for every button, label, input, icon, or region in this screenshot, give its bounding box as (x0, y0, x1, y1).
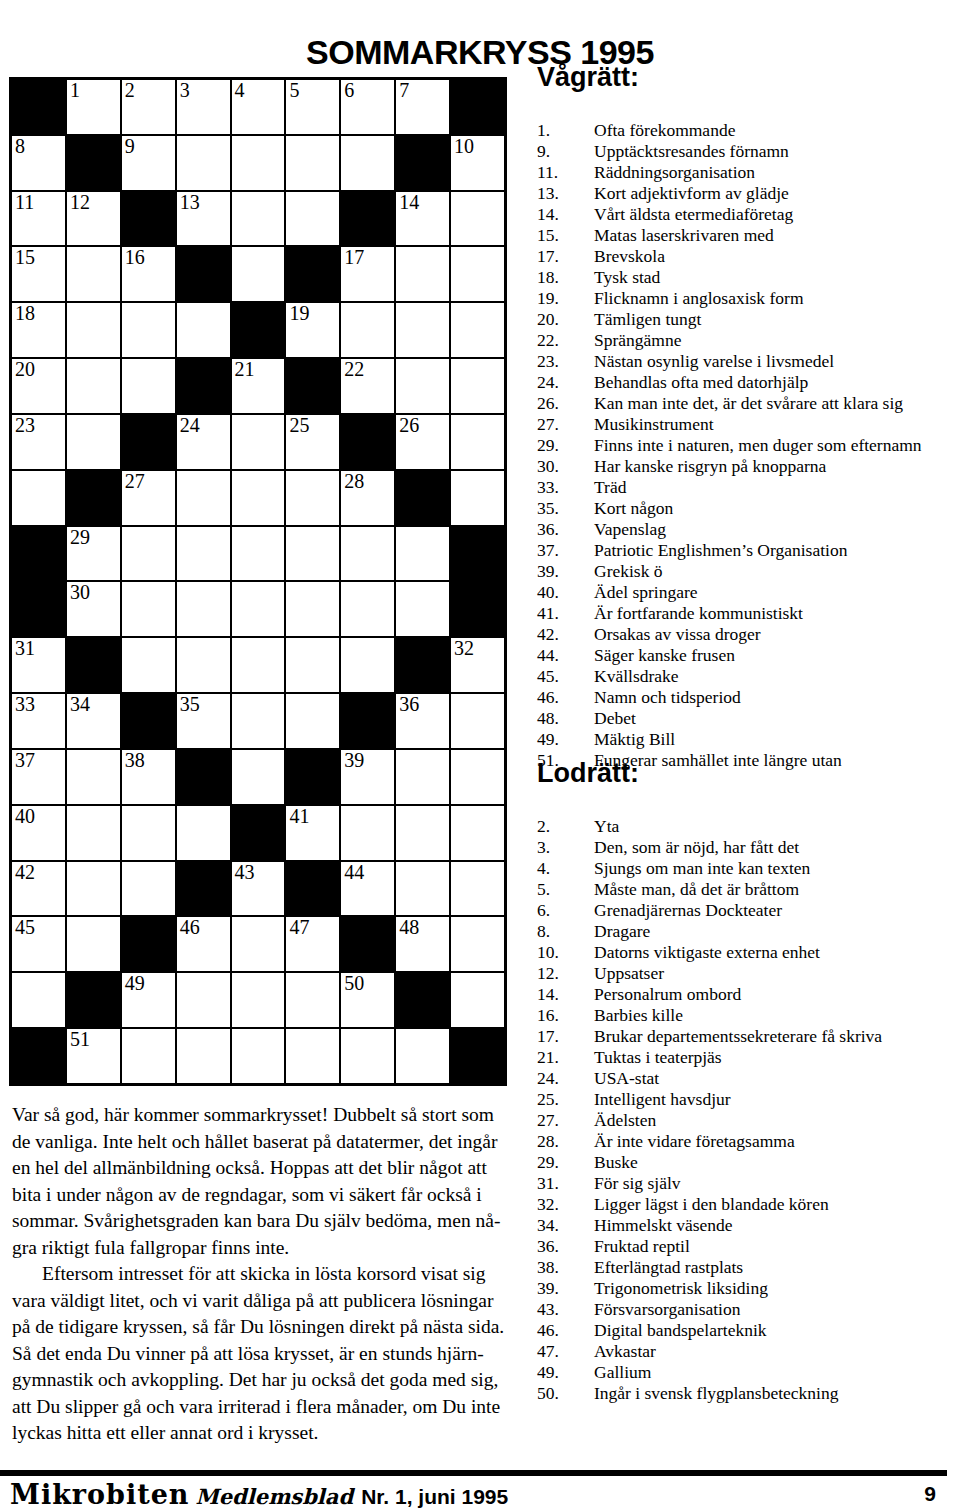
clue-text: Vapenslag (594, 519, 666, 540)
grid-cell[interactable] (67, 415, 120, 469)
grid-cell[interactable] (232, 638, 285, 692)
clue-text: Grekisk ö (594, 561, 663, 582)
clue-item: 15. Matas laserskrivaren med (537, 225, 960, 246)
cell-number: 36 (399, 694, 419, 715)
clue-text: Tuktas i teaterpjäs (594, 1047, 722, 1068)
grid-cell[interactable] (341, 806, 394, 860)
clue-item: 8. Dragare (537, 921, 960, 942)
black-cell (122, 192, 175, 246)
grid-cell[interactable]: 8 (12, 136, 65, 190)
grid-cell[interactable]: 5 (286, 80, 339, 134)
cell-number: 47 (289, 917, 309, 938)
cell-number: 45 (15, 917, 35, 938)
clue-item: 40. Ädel springare (537, 582, 960, 603)
grid-cell[interactable]: 15 (12, 247, 65, 301)
clue-item: 44. Säger kanske frusen (537, 645, 960, 666)
grid-cell[interactable]: 13 (177, 192, 230, 246)
grid-cell[interactable] (177, 638, 230, 692)
clue-text: Mäktig Bill (594, 729, 675, 750)
across-header: Vågrätt: (537, 62, 960, 93)
clue-item: 20. Tämligen tungt (537, 309, 960, 330)
cell-number: 31 (15, 638, 35, 659)
grid-cell[interactable] (396, 750, 449, 804)
clue-text: Träd (594, 477, 626, 498)
grid-cell[interactable] (396, 862, 449, 916)
grid-cell[interactable] (396, 806, 449, 860)
grid-cell[interactable] (177, 471, 230, 525)
clue-number: 3. (537, 837, 594, 858)
clue-number: 14. (537, 204, 594, 225)
clue-number: 26. (537, 393, 594, 414)
clue-number: 12. (537, 963, 594, 984)
clue-item: 33. Träd (537, 477, 960, 498)
grid-cell[interactable]: 2 (122, 80, 175, 134)
clue-text: För sig själv (594, 1173, 681, 1194)
grid-cell[interactable] (286, 471, 339, 525)
clue-text: Har kanske risgryn på knopparna (594, 456, 826, 477)
clue-text: Datorns viktigaste externa enhet (594, 942, 820, 963)
grid-cell[interactable] (286, 192, 339, 246)
cell-number: 11 (15, 192, 34, 213)
cell-number: 21 (235, 359, 255, 380)
clue-item: 5. Måste man, då det är bråttom (537, 879, 960, 900)
clue-number: 43. (537, 1299, 594, 1320)
grid-cell[interactable] (122, 582, 175, 636)
grid-cell[interactable] (341, 1029, 394, 1083)
grid-cell[interactable] (67, 359, 120, 413)
clue-item: 24. USA-stat (537, 1068, 960, 1089)
clue-item: 16. Barbies kille (537, 1005, 960, 1026)
grid-cell[interactable]: 38 (122, 750, 175, 804)
clue-number: 24. (537, 372, 594, 393)
grid-cell[interactable]: 46 (177, 917, 230, 971)
grid-cell[interactable]: 23 (12, 415, 65, 469)
black-cell (286, 247, 339, 301)
clue-text: Är inte vidare företagsamma (594, 1131, 795, 1152)
clue-text: Personalrum ombord (594, 984, 741, 1005)
grid-cell[interactable]: 31 (12, 638, 65, 692)
grid-cell[interactable]: 30 (67, 582, 120, 636)
clue-text: Trigonometrisk liksiding (594, 1278, 768, 1299)
clue-number: 24. (537, 1068, 594, 1089)
clue-text: Ädelsten (594, 1110, 656, 1131)
clue-item: 3. Den, som är nöjd, har fått det (537, 837, 960, 858)
clue-item: 36. Fruktad reptil (537, 1236, 960, 1257)
grid-cell[interactable]: 14 (396, 192, 449, 246)
clue-item: 23. Nästan osynlig varelse i livsmedel (537, 351, 960, 372)
clue-text: Sprängämne (594, 330, 681, 351)
grid-cell[interactable] (286, 527, 339, 581)
grid-cell[interactable]: 11 (12, 192, 65, 246)
clue-item: 6. Grenadjärernas Dockteater (537, 900, 960, 921)
grid-cell[interactable]: 40 (12, 806, 65, 860)
clue-item: 18. Tysk stad (537, 267, 960, 288)
clue-item: 24. Behandlas ofta med datorhjälp (537, 372, 960, 393)
grid-cell[interactable] (286, 638, 339, 692)
clue-text: Ofta förekommande (594, 120, 735, 141)
clue-item: 27. Musikinstrument (537, 414, 960, 435)
grid-cell[interactable] (122, 862, 175, 916)
cell-number: 9 (125, 136, 135, 157)
down-header: Lodrätt: (537, 758, 960, 789)
cell-number: 2 (125, 80, 135, 101)
clue-text: Uppsatser (594, 963, 664, 984)
cell-number: 10 (454, 136, 474, 157)
across-clues-section: Vågrätt: 1. Ofta förekommande 9. Upptäck… (537, 62, 960, 771)
clue-number: 38. (537, 1257, 594, 1278)
clue-item: 19. Flicknamn i anglosaxisk form (537, 288, 960, 309)
cell-number: 51 (70, 1029, 90, 1050)
clue-text: Finns inte i naturen, men duger som efte… (594, 435, 922, 456)
cell-number: 35 (180, 694, 200, 715)
grid-cell[interactable] (67, 806, 120, 860)
cell-number: 6 (344, 80, 354, 101)
clue-text: USA-stat (594, 1068, 659, 1089)
clue-item: 32. Ligger lägst i den blandade kören (537, 1194, 960, 1215)
black-cell (451, 582, 504, 636)
grid-cell[interactable] (232, 1029, 285, 1083)
grid-cell[interactable] (122, 303, 175, 357)
grid-cell[interactable]: 50 (341, 973, 394, 1027)
grid-cell[interactable] (122, 359, 175, 413)
clue-number: 29. (537, 1152, 594, 1173)
cell-number: 12 (70, 192, 90, 213)
grid-cell[interactable] (341, 582, 394, 636)
grid-cell[interactable]: 51 (67, 1029, 120, 1083)
grid-cell[interactable]: 19 (286, 303, 339, 357)
grid-cell[interactable]: 47 (286, 917, 339, 971)
grid-cell[interactable] (232, 750, 285, 804)
grid-cell[interactable] (67, 303, 120, 357)
clue-text: Yta (594, 816, 619, 837)
grid-cell[interactable] (286, 1029, 339, 1083)
grid-cell[interactable] (232, 582, 285, 636)
grid-cell[interactable]: 26 (396, 415, 449, 469)
clue-number: 10. (537, 942, 594, 963)
grid-cell[interactable] (451, 471, 504, 525)
clue-number: 31. (537, 1173, 594, 1194)
clue-text: Buske (594, 1152, 638, 1173)
clue-text: Kvällsdrake (594, 666, 679, 687)
grid-cell[interactable] (451, 415, 504, 469)
crossword-grid: 1234567891011121314151617181920212223242… (9, 77, 507, 1086)
grid-cell[interactable]: 22 (341, 359, 394, 413)
black-cell (451, 1029, 504, 1083)
cell-number: 27 (125, 471, 145, 492)
black-cell (341, 917, 394, 971)
clue-item: 46. Digital bandspelarteknik (537, 1320, 960, 1341)
clue-number: 9. (537, 141, 594, 162)
down-clues-section: Lodrätt: 2. Yta 3. Den, som är nöjd, har… (537, 758, 960, 1404)
grid-cell[interactable]: 12 (67, 192, 120, 246)
clue-text: Himmelskt väsende (594, 1215, 733, 1236)
cell-number: 28 (344, 471, 364, 492)
clue-item: 39. Trigonometrisk liksiding (537, 1278, 960, 1299)
clue-item: 34. Himmelskt väsende (537, 1215, 960, 1236)
grid-cell[interactable] (67, 917, 120, 971)
cell-number: 3 (180, 80, 190, 101)
clue-number: 29. (537, 435, 594, 456)
clue-item: 21. Tuktas i teaterpjäs (537, 1047, 960, 1068)
clue-item: 46. Namn och tidsperiod (537, 687, 960, 708)
clue-item: 49. Mäktig Bill (537, 729, 960, 750)
grid-cell[interactable] (122, 638, 175, 692)
clue-text: Säger kanske frusen (594, 645, 735, 666)
grid-cell[interactable] (122, 527, 175, 581)
grid-cell[interactable]: 33 (12, 694, 65, 748)
grid-cell[interactable]: 3 (177, 80, 230, 134)
grid-cell[interactable]: 1 (67, 80, 120, 134)
grid-cell[interactable] (232, 136, 285, 190)
grid-cell[interactable]: 24 (177, 415, 230, 469)
grid-cell[interactable] (396, 247, 449, 301)
black-cell (232, 303, 285, 357)
clue-number: 27. (537, 1110, 594, 1131)
clue-number: 39. (537, 561, 594, 582)
grid-cell[interactable] (451, 806, 504, 860)
grid-cell[interactable] (232, 527, 285, 581)
grid-cell[interactable]: 27 (122, 471, 175, 525)
grid-cell[interactable] (451, 862, 504, 916)
grid-cell[interactable]: 28 (341, 471, 394, 525)
clue-item: 13. Kort adjektivform av glädje (537, 183, 960, 204)
cell-number: 46 (180, 917, 200, 938)
clue-text: Försvarsorganisation (594, 1299, 740, 1320)
grid-cell[interactable] (12, 973, 65, 1027)
grid-cell[interactable] (177, 973, 230, 1027)
black-cell (286, 750, 339, 804)
clue-text: Dragare (594, 921, 650, 942)
clue-text: Digital bandspelarteknik (594, 1320, 767, 1341)
clue-number: 25. (537, 1089, 594, 1110)
cell-number: 41 (289, 806, 309, 827)
clue-text: Barbies kille (594, 1005, 683, 1026)
grid-cell[interactable]: 48 (396, 917, 449, 971)
grid-cell[interactable] (232, 415, 285, 469)
grid-cell[interactable] (341, 527, 394, 581)
grid-cell[interactable] (177, 582, 230, 636)
grid-cell[interactable] (232, 192, 285, 246)
black-cell (67, 638, 120, 692)
clue-number: 14. (537, 984, 594, 1005)
black-cell (12, 80, 65, 134)
grid-cell[interactable] (232, 917, 285, 971)
clue-item: 48. Debet (537, 708, 960, 729)
grid-cell[interactable] (177, 1029, 230, 1083)
grid-cell[interactable]: 37 (12, 750, 65, 804)
grid-cell[interactable] (396, 1029, 449, 1083)
grid-cell[interactable] (451, 359, 504, 413)
grid-cell[interactable]: 35 (177, 694, 230, 748)
grid-cell[interactable] (177, 806, 230, 860)
grid-cell[interactable]: 6 (341, 80, 394, 134)
cell-number: 39 (344, 750, 364, 771)
cell-number: 43 (235, 862, 255, 883)
cell-number: 49 (125, 973, 145, 994)
grid-cell[interactable]: 17 (341, 247, 394, 301)
cell-number: 4 (235, 80, 245, 101)
black-cell (122, 415, 175, 469)
black-cell (451, 527, 504, 581)
grid-cell[interactable]: 25 (286, 415, 339, 469)
intro-paragraph-1: Var så god, här kommer sommarkrysset! Du… (12, 1102, 526, 1261)
grid-cell[interactable]: 42 (12, 862, 65, 916)
black-cell (12, 1029, 65, 1083)
clue-number: 50. (537, 1383, 594, 1404)
grid-cell[interactable] (232, 471, 285, 525)
clue-text: Kort adjektivform av glädje (594, 183, 789, 204)
clue-text: Räddningsorganisation (594, 162, 755, 183)
clue-text: Tämligen tungt (594, 309, 701, 330)
clue-text: Debet (594, 708, 636, 729)
clue-item: 11. Räddningsorganisation (537, 162, 960, 183)
clue-item: 35. Kort någon (537, 498, 960, 519)
grid-cell[interactable] (232, 247, 285, 301)
clue-text: Fruktad reptil (594, 1236, 690, 1257)
clue-item: 14. Personalrum ombord (537, 984, 960, 1005)
grid-cell[interactable]: 34 (67, 694, 120, 748)
clue-item: 45. Kvällsdrake (537, 666, 960, 687)
clue-text: Intelligent havsdjur (594, 1089, 731, 1110)
grid-cell[interactable]: 45 (12, 917, 65, 971)
cell-number: 30 (70, 582, 90, 603)
grid-cell[interactable] (451, 750, 504, 804)
black-cell (341, 192, 394, 246)
grid-cell[interactable]: 9 (122, 136, 175, 190)
black-cell (341, 694, 394, 748)
grid-cell[interactable] (451, 694, 504, 748)
issue-info: Nr. 1, juni 1995 (361, 1485, 508, 1508)
clue-text: Flicknamn i anglosaxisk form (594, 288, 804, 309)
grid-cell[interactable]: 43 (232, 862, 285, 916)
grid-cell[interactable] (67, 862, 120, 916)
black-cell (67, 973, 120, 1027)
grid-cell[interactable]: 20 (12, 359, 65, 413)
clue-text: Avkastar (594, 1341, 656, 1362)
cell-number: 8 (15, 136, 25, 157)
black-cell (177, 750, 230, 804)
grid-cell[interactable] (286, 973, 339, 1027)
grid-cell[interactable] (451, 917, 504, 971)
grid-cell[interactable] (286, 136, 339, 190)
magazine-name: Mikrobiten (10, 1479, 190, 1508)
clue-text: Musikinstrument (594, 414, 714, 435)
grid-cell[interactable] (177, 136, 230, 190)
grid-cell[interactable] (451, 973, 504, 1027)
clue-number: 32. (537, 1194, 594, 1215)
grid-cell[interactable]: 32 (451, 638, 504, 692)
grid-cell[interactable]: 4 (232, 80, 285, 134)
grid-cell[interactable] (122, 806, 175, 860)
clue-number: 15. (537, 225, 594, 246)
grid-cell[interactable] (67, 247, 120, 301)
clue-number: 2. (537, 816, 594, 837)
grid-cell[interactable] (451, 192, 504, 246)
grid-cell[interactable] (177, 527, 230, 581)
clue-text: Vårt äldsta etermediaföretag (594, 204, 793, 225)
grid-cell[interactable]: 7 (396, 80, 449, 134)
grid-cell[interactable] (341, 638, 394, 692)
clue-text: Måste man, då det är bråttom (594, 879, 799, 900)
grid-cell[interactable]: 29 (67, 527, 120, 581)
clue-item: 9. Upptäcktsresandes förnamn (537, 141, 960, 162)
grid-cell[interactable]: 44 (341, 862, 394, 916)
grid-cell[interactable] (67, 750, 120, 804)
clue-text: Nästan osynlig varelse i livsmedel (594, 351, 834, 372)
clue-number: 36. (537, 1236, 594, 1257)
cell-number: 44 (344, 862, 364, 883)
cell-number: 48 (399, 917, 419, 938)
clue-number: 42. (537, 624, 594, 645)
grid-cell[interactable]: 10 (451, 136, 504, 190)
grid-cell[interactable] (341, 303, 394, 357)
clue-item: 12. Uppsatser (537, 963, 960, 984)
clue-item: 49. Gallium (537, 1362, 960, 1383)
grid-cell[interactable]: 16 (122, 247, 175, 301)
cell-number: 37 (15, 750, 35, 771)
grid-cell[interactable] (396, 359, 449, 413)
clue-item: 29. Buske (537, 1152, 960, 1173)
clue-number: 47. (537, 1341, 594, 1362)
grid-cell[interactable] (396, 582, 449, 636)
cell-number: 15 (15, 247, 35, 268)
grid-cell[interactable]: 18 (12, 303, 65, 357)
black-cell (286, 359, 339, 413)
cell-number: 18 (15, 303, 35, 324)
grid-cell[interactable] (286, 582, 339, 636)
grid-cell[interactable]: 39 (341, 750, 394, 804)
grid-cell[interactable] (396, 303, 449, 357)
grid-cell[interactable]: 41 (286, 806, 339, 860)
grid-cell[interactable] (396, 527, 449, 581)
clue-number: 49. (537, 1362, 594, 1383)
clue-number: 28. (537, 1131, 594, 1152)
grid-cell[interactable] (232, 973, 285, 1027)
clue-number: 49. (537, 729, 594, 750)
clue-number: 16. (537, 1005, 594, 1026)
clue-item: 37. Patriotic Englishmen’s Organisation (537, 540, 960, 561)
grid-cell[interactable] (286, 694, 339, 748)
magazine-subtitle-script: Medlemsblad (196, 1484, 354, 1508)
clue-text: Ingår i svensk flygplansbeteckning (594, 1383, 838, 1404)
grid-cell[interactable] (451, 303, 504, 357)
grid-cell[interactable] (232, 694, 285, 748)
cell-number: 5 (289, 80, 299, 101)
grid-cell[interactable] (122, 1029, 175, 1083)
clue-text: Behandlas ofta med datorhjälp (594, 372, 808, 393)
clue-text: Den, som är nöjd, har fått det (594, 837, 799, 858)
grid-cell[interactable]: 49 (122, 973, 175, 1027)
clue-item: 22. Sprängämne (537, 330, 960, 351)
footer-rule (0, 1470, 947, 1476)
clue-number: 17. (537, 246, 594, 267)
clue-text: Efterlängtad rastplats (594, 1257, 743, 1278)
cell-number: 1 (70, 80, 80, 101)
grid-cell[interactable] (12, 471, 65, 525)
clue-text: Orsakas av vissa droger (594, 624, 761, 645)
grid-cell[interactable] (451, 247, 504, 301)
cell-number: 23 (15, 415, 35, 436)
grid-cell[interactable] (177, 303, 230, 357)
clue-text: Sjungs om man inte kan texten (594, 858, 810, 879)
clue-number: 1. (537, 120, 594, 141)
clue-item: 2. Yta (537, 816, 960, 837)
grid-cell[interactable]: 36 (396, 694, 449, 748)
cell-number: 14 (399, 192, 419, 213)
clue-item: 47. Avkastar (537, 1341, 960, 1362)
grid-cell[interactable]: 21 (232, 359, 285, 413)
grid-cell[interactable] (341, 136, 394, 190)
